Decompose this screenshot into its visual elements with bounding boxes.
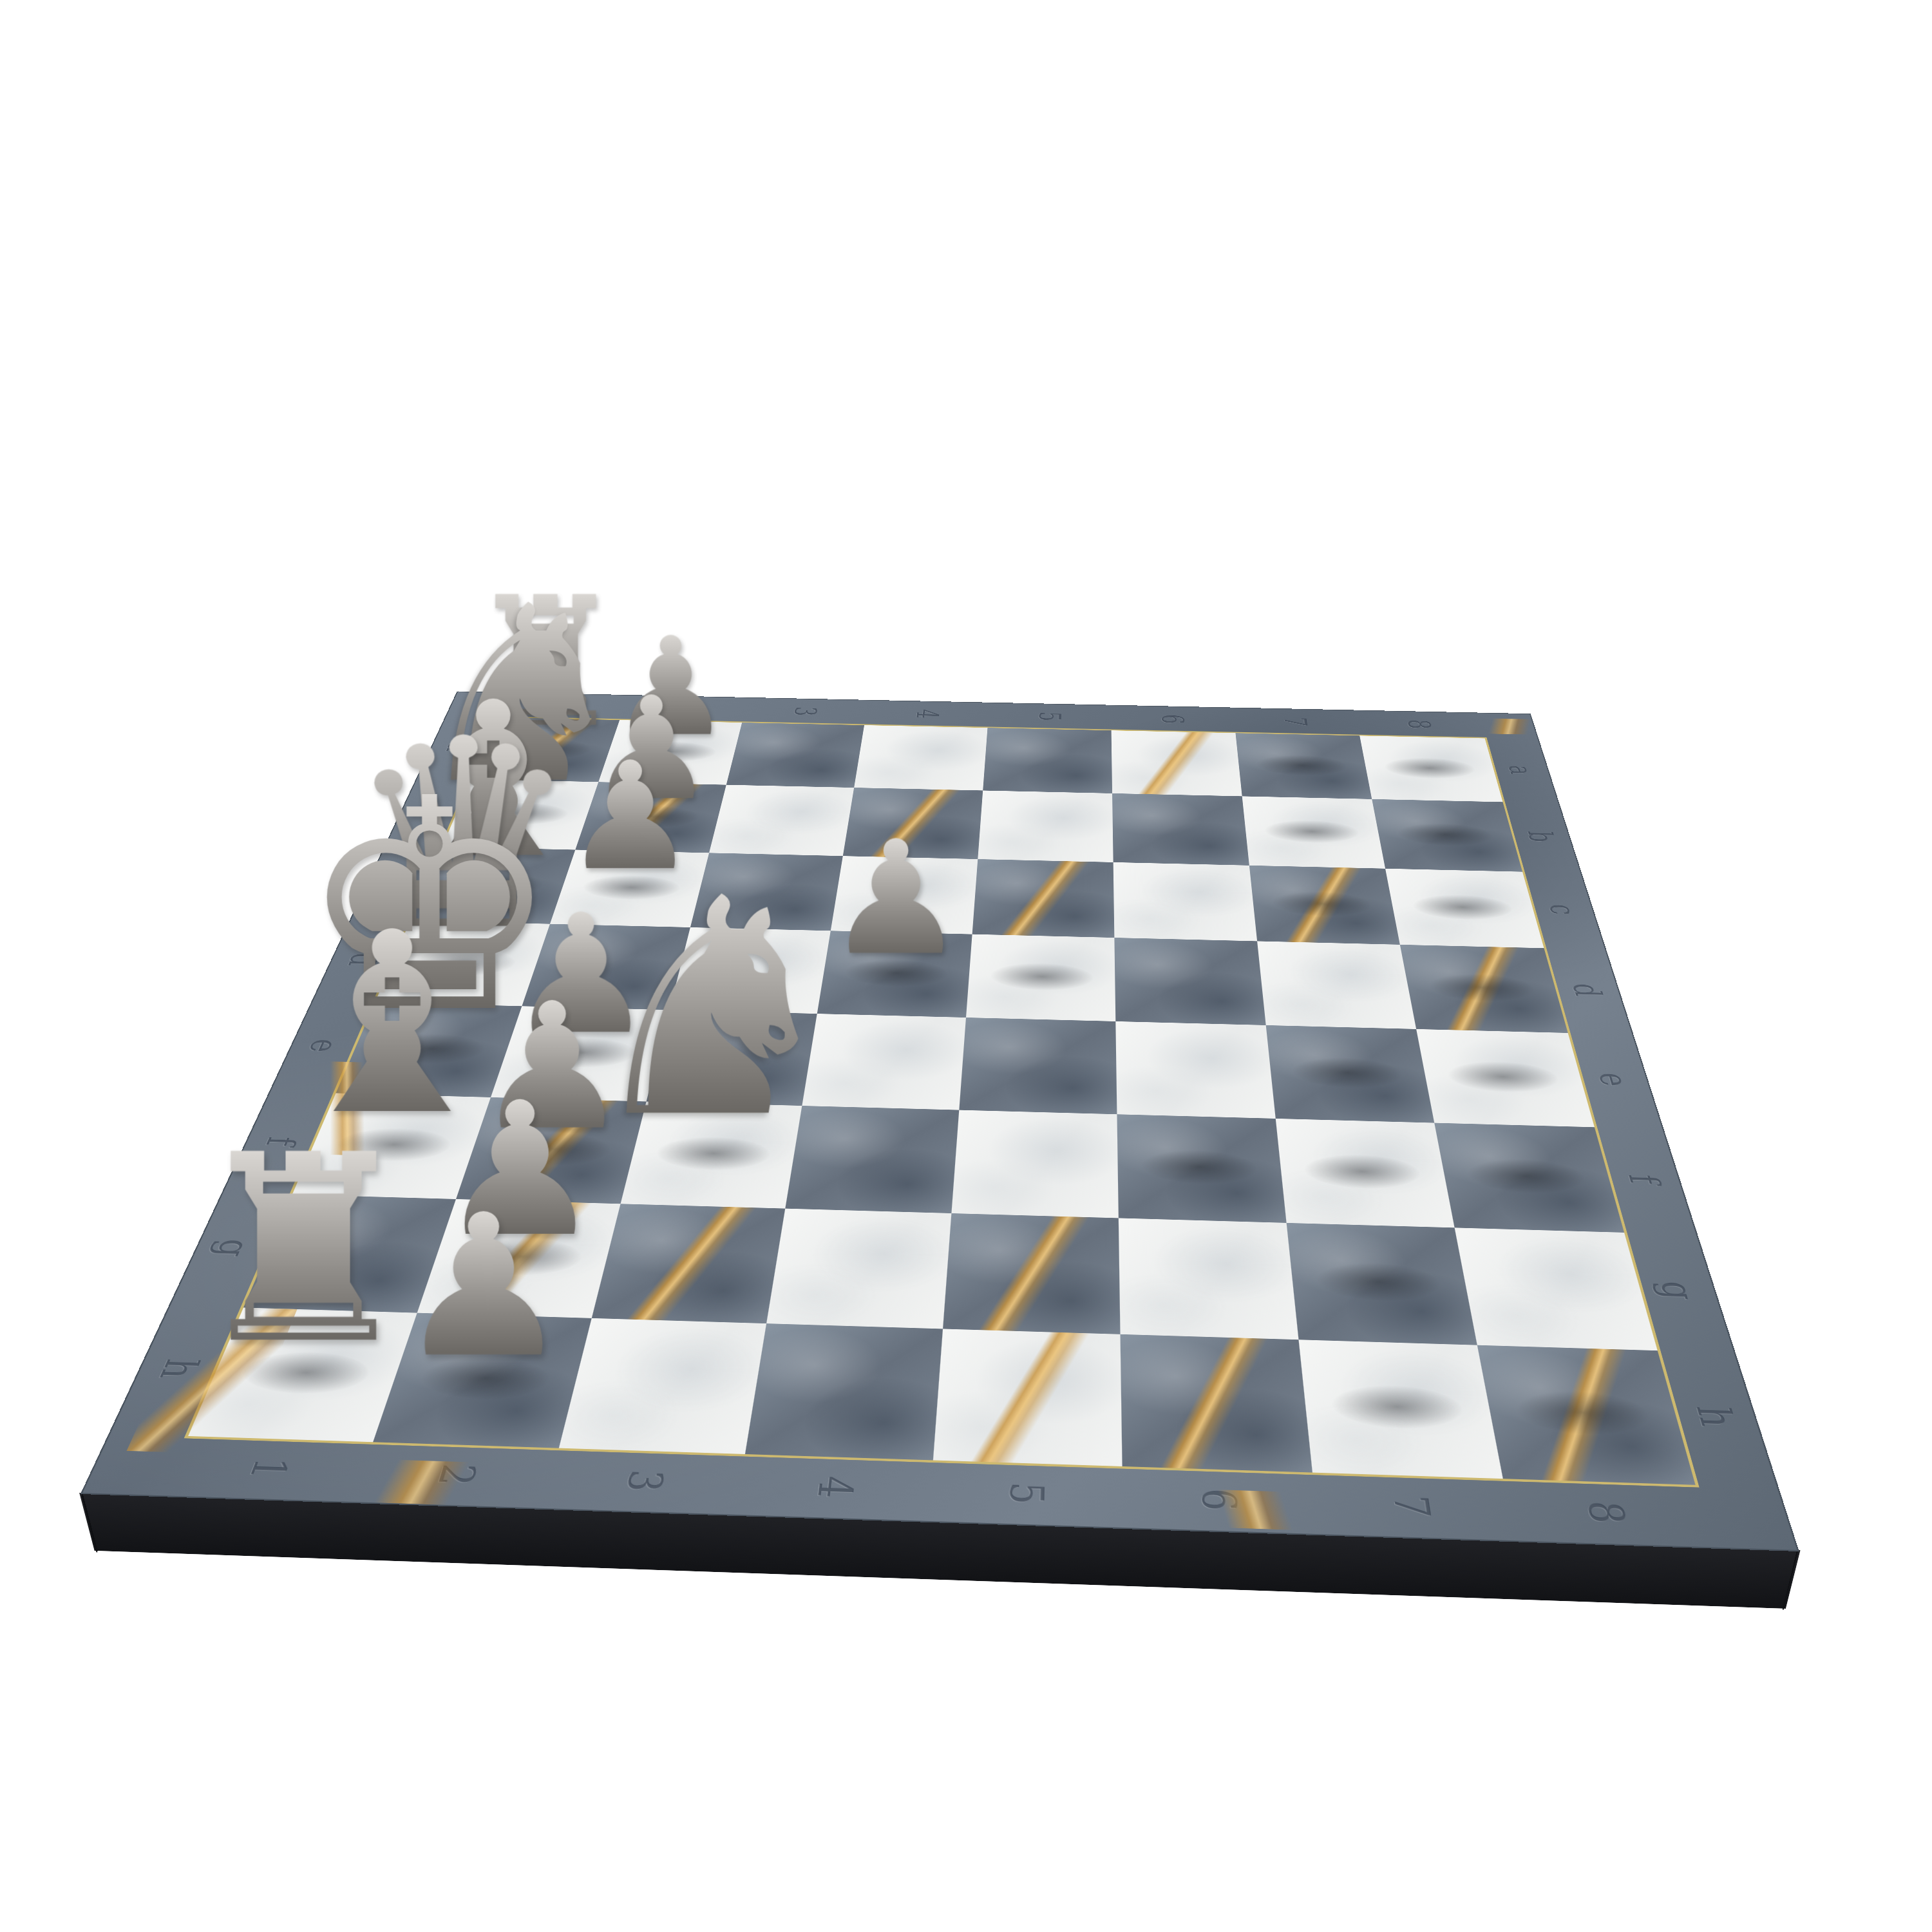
piece-billboard: ♜ [187, 1121, 419, 1379]
rank-label-near-3: 3 [616, 1469, 674, 1493]
white-rook-glyph: ♜ [187, 1121, 419, 1379]
square-h6 [1120, 1334, 1312, 1473]
piece-billboard: ♟ [395, 1189, 571, 1385]
white-knight-glyph: ♞ [578, 858, 848, 1159]
square-a5 [983, 728, 1112, 793]
square-g4 [766, 1208, 951, 1329]
rank-label-near-7: 7 [1383, 1494, 1441, 1519]
rank-label-far-6: 6 [1155, 714, 1189, 724]
square-g6 [1119, 1218, 1298, 1340]
square-a7 [1235, 733, 1372, 799]
square-a3 [726, 723, 864, 788]
product-photo: 1234567812345678abcdefghabcdefgh♜♞♝♛♚♝♜♟… [0, 0, 1932, 1932]
scene-viewport: 1234567812345678abcdefghabcdefgh♜♞♝♛♚♝♜♟… [0, 0, 1932, 1932]
square-h4 [745, 1323, 943, 1460]
rank-label-far-4: 4 [910, 709, 945, 719]
square-g3 [591, 1204, 786, 1323]
square-a6 [1111, 730, 1242, 796]
chess-board: 1234567812345678abcdefghabcdefgh♜♞♝♛♚♝♜♟… [82, 692, 1797, 1550]
square-b4 [843, 788, 983, 859]
rank-label-near-6: 6 [1191, 1488, 1247, 1511]
rank-label-near-2: 2 [427, 1463, 486, 1487]
white-pawn-glyph: ♟ [395, 1189, 571, 1385]
square-g5 [943, 1213, 1120, 1334]
border-gold-vein [287, 1457, 545, 1508]
black-rook-glyph: ♜ [1466, 1156, 1703, 1419]
rank-label-far-3: 3 [788, 706, 824, 716]
piece-billboard: ♞ [578, 858, 848, 1159]
square-h3 [558, 1318, 766, 1454]
black-pawn-glyph: ♟ [1309, 1215, 1488, 1414]
square-c4 [831, 856, 978, 934]
piece-billboard: ♟ [1309, 1215, 1488, 1414]
piece-billboard: ♜ [1466, 1156, 1703, 1419]
rank-label-near-5: 5 [999, 1481, 1054, 1505]
square-a4 [854, 725, 987, 790]
border-gold-vein [1142, 1487, 1362, 1532]
rank-label-near-4: 4 [808, 1475, 864, 1499]
square-h5 [933, 1329, 1122, 1466]
rank-label-near-8: 8 [1577, 1501, 1636, 1525]
rank-label-far-5: 5 [1032, 712, 1067, 721]
rank-label-near-1: 1 [238, 1457, 299, 1480]
square-a2 [598, 720, 742, 785]
board-side-edge-near [79, 1493, 1801, 1609]
